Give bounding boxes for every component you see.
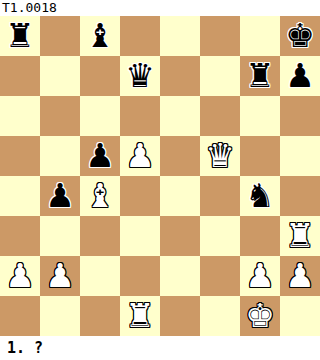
square-f8[interactable] bbox=[200, 16, 240, 56]
square-g7[interactable]: ♜ bbox=[240, 56, 280, 96]
white-pawn-piece: ♟ bbox=[245, 256, 275, 296]
square-f5[interactable]: ♛ bbox=[200, 136, 240, 176]
white-pawn-piece: ♟ bbox=[5, 256, 35, 296]
square-d2[interactable] bbox=[120, 256, 160, 296]
square-b4[interactable]: ♟ bbox=[40, 176, 80, 216]
white-queen-piece: ♛ bbox=[205, 136, 235, 176]
square-g3[interactable] bbox=[240, 216, 280, 256]
white-pawn-piece: ♟ bbox=[125, 136, 155, 176]
square-a2[interactable]: ♟ bbox=[0, 256, 40, 296]
square-f4[interactable] bbox=[200, 176, 240, 216]
square-d6[interactable] bbox=[120, 96, 160, 136]
square-g2[interactable]: ♟ bbox=[240, 256, 280, 296]
white-rook-piece: ♜ bbox=[125, 296, 155, 336]
square-b7[interactable] bbox=[40, 56, 80, 96]
square-g1[interactable]: ♚ bbox=[240, 296, 280, 336]
diagram-title: T1.0018 bbox=[0, 0, 57, 16]
square-e8[interactable] bbox=[160, 16, 200, 56]
square-c7[interactable] bbox=[80, 56, 120, 96]
square-e7[interactable] bbox=[160, 56, 200, 96]
square-g6[interactable] bbox=[240, 96, 280, 136]
square-e3[interactable] bbox=[160, 216, 200, 256]
square-a3[interactable] bbox=[0, 216, 40, 256]
move-prompt: 1. ? bbox=[0, 336, 43, 360]
square-e1[interactable] bbox=[160, 296, 200, 336]
square-f1[interactable] bbox=[200, 296, 240, 336]
square-f3[interactable] bbox=[200, 216, 240, 256]
square-d5[interactable]: ♟ bbox=[120, 136, 160, 176]
square-f7[interactable] bbox=[200, 56, 240, 96]
black-queen-piece: ♛ bbox=[125, 56, 155, 96]
square-d3[interactable] bbox=[120, 216, 160, 256]
black-pawn-piece: ♟ bbox=[85, 136, 115, 176]
square-c4[interactable]: ♝ bbox=[80, 176, 120, 216]
chess-diagram-page: T1.0018 ♜♝♚♛♜♟♟♟♛♟♝♞♜♟♟♟♟♜♚ 1. ? bbox=[0, 0, 320, 360]
square-c1[interactable] bbox=[80, 296, 120, 336]
white-pawn-piece: ♟ bbox=[285, 256, 315, 296]
square-a7[interactable] bbox=[0, 56, 40, 96]
black-rook-piece: ♜ bbox=[5, 16, 35, 56]
square-e5[interactable] bbox=[160, 136, 200, 176]
square-b2[interactable]: ♟ bbox=[40, 256, 80, 296]
square-a4[interactable] bbox=[0, 176, 40, 216]
square-h3[interactable]: ♜ bbox=[280, 216, 320, 256]
square-g8[interactable] bbox=[240, 16, 280, 56]
chess-board: ♜♝♚♛♜♟♟♟♛♟♝♞♜♟♟♟♟♜♚ bbox=[0, 16, 320, 336]
square-h5[interactable] bbox=[280, 136, 320, 176]
black-pawn-piece: ♟ bbox=[285, 56, 315, 96]
black-knight-piece: ♞ bbox=[245, 176, 275, 216]
square-h8[interactable]: ♚ bbox=[280, 16, 320, 56]
square-d7[interactable]: ♛ bbox=[120, 56, 160, 96]
square-h7[interactable]: ♟ bbox=[280, 56, 320, 96]
status-bar: 1. ? bbox=[0, 336, 320, 360]
square-f2[interactable] bbox=[200, 256, 240, 296]
square-d4[interactable] bbox=[120, 176, 160, 216]
square-b1[interactable] bbox=[40, 296, 80, 336]
square-h2[interactable]: ♟ bbox=[280, 256, 320, 296]
black-bishop-piece: ♝ bbox=[85, 16, 115, 56]
square-g4[interactable]: ♞ bbox=[240, 176, 280, 216]
square-c3[interactable] bbox=[80, 216, 120, 256]
square-a5[interactable] bbox=[0, 136, 40, 176]
square-d1[interactable]: ♜ bbox=[120, 296, 160, 336]
white-bishop-piece: ♝ bbox=[85, 176, 115, 216]
square-e2[interactable] bbox=[160, 256, 200, 296]
black-pawn-piece: ♟ bbox=[45, 176, 75, 216]
square-b8[interactable] bbox=[40, 16, 80, 56]
square-g5[interactable] bbox=[240, 136, 280, 176]
square-f6[interactable] bbox=[200, 96, 240, 136]
square-h1[interactable] bbox=[280, 296, 320, 336]
square-b3[interactable] bbox=[40, 216, 80, 256]
square-d8[interactable] bbox=[120, 16, 160, 56]
square-e6[interactable] bbox=[160, 96, 200, 136]
square-e4[interactable] bbox=[160, 176, 200, 216]
square-c6[interactable] bbox=[80, 96, 120, 136]
square-h4[interactable] bbox=[280, 176, 320, 216]
square-b6[interactable] bbox=[40, 96, 80, 136]
black-king-piece: ♚ bbox=[285, 16, 315, 56]
square-a8[interactable]: ♜ bbox=[0, 16, 40, 56]
square-b5[interactable] bbox=[40, 136, 80, 176]
square-c8[interactable]: ♝ bbox=[80, 16, 120, 56]
white-pawn-piece: ♟ bbox=[45, 256, 75, 296]
square-c2[interactable] bbox=[80, 256, 120, 296]
white-rook-piece: ♜ bbox=[285, 216, 315, 256]
square-a6[interactable] bbox=[0, 96, 40, 136]
square-a1[interactable] bbox=[0, 296, 40, 336]
black-rook-piece: ♜ bbox=[245, 56, 275, 96]
white-king-piece: ♚ bbox=[245, 296, 275, 336]
square-c5[interactable]: ♟ bbox=[80, 136, 120, 176]
square-h6[interactable] bbox=[280, 96, 320, 136]
title-bar: T1.0018 bbox=[0, 0, 320, 16]
